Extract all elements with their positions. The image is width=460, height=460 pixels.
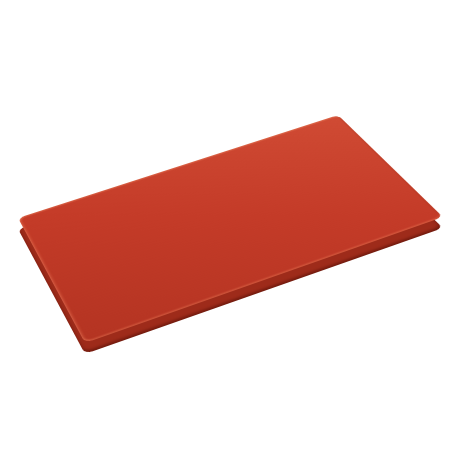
product-photo [0,0,460,460]
mold-top-surface [18,115,443,343]
